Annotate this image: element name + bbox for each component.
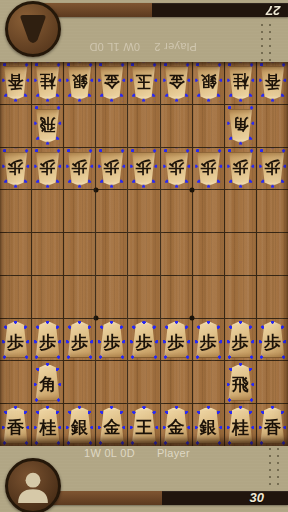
board-cell[interactable]: 飛 <box>225 361 256 403</box>
shogi-piece-sente[interactable]: 金 <box>161 404 192 446</box>
piece-kanji: 歩 <box>40 158 56 174</box>
board-cell[interactable] <box>225 190 256 232</box>
piece-kanji: 香 <box>7 419 24 436</box>
shogi-piece-sente[interactable]: 金 <box>96 404 127 446</box>
piece-kanji: 銀 <box>200 419 217 436</box>
board-cell[interactable] <box>0 276 31 318</box>
board-cell[interactable]: 歩 <box>128 148 159 190</box>
piece-body: 金 <box>99 66 124 100</box>
player2-avatar[interactable] <box>5 1 61 57</box>
board-cell[interactable] <box>96 190 127 232</box>
shogi-piece-sente[interactable]: 角 <box>32 361 63 403</box>
board-cell[interactable]: 歩 <box>193 319 224 361</box>
piece-kanji: 金 <box>103 419 120 436</box>
piece-body: 銀 <box>67 66 92 100</box>
piece-kanji: 歩 <box>200 158 216 174</box>
board-cell[interactable] <box>128 190 159 232</box>
shogi-piece-gote[interactable]: 歩 <box>161 148 192 190</box>
board-cell[interactable] <box>64 105 95 147</box>
board-cell[interactable] <box>64 190 95 232</box>
piece-kanji: 桂 <box>232 73 248 89</box>
piece-kanji: 角 <box>39 376 56 393</box>
piece-kanji: 金 <box>104 73 120 89</box>
board-cell[interactable]: 銀 <box>193 404 224 446</box>
shogi-piece-gote[interactable]: 金 <box>96 62 127 104</box>
piece-body: 歩 <box>259 321 285 358</box>
piece-kanji: 歩 <box>232 158 248 174</box>
board-cell[interactable]: 歩 <box>225 319 256 361</box>
piece-kanji: 歩 <box>39 334 56 351</box>
piece-body: 角 <box>35 364 61 401</box>
board-cell[interactable] <box>257 276 288 318</box>
board-cell[interactable]: 歩 <box>0 319 31 361</box>
board-cell[interactable] <box>96 105 127 147</box>
shogi-piece-sente[interactable]: 歩 <box>161 319 192 361</box>
board-cell[interactable]: 歩 <box>225 148 256 190</box>
piece-kanji: 桂 <box>40 73 56 89</box>
piece-body: 桂 <box>35 66 60 100</box>
board-cell[interactable]: 飛 <box>32 105 63 147</box>
player2-time-bar: 27 <box>34 3 288 17</box>
board-cell[interactable]: 歩 <box>0 148 31 190</box>
shogi-piece-sente[interactable]: 香 <box>0 404 31 446</box>
piece-body: 金 <box>99 407 125 444</box>
piece-body: 歩 <box>35 321 61 358</box>
player1-label: 1W 0L 0D Player <box>84 447 190 459</box>
board-cell[interactable]: 歩 <box>257 148 288 190</box>
board-cell[interactable] <box>0 190 31 232</box>
shogi-piece-gote[interactable]: 香 <box>0 62 31 104</box>
board-cell[interactable] <box>193 361 224 403</box>
piece-kanji: 歩 <box>135 334 152 351</box>
piece-body: 飛 <box>35 109 60 143</box>
piece-kanji: 歩 <box>103 334 120 351</box>
board-cell[interactable]: 香 <box>0 404 31 446</box>
player1-name: Player <box>157 447 190 459</box>
shogi-piece-gote[interactable]: 歩 <box>128 148 159 190</box>
piece-kanji: 歩 <box>264 334 281 351</box>
board-cell[interactable] <box>161 361 192 403</box>
piece-kanji: 歩 <box>264 158 280 174</box>
board-cell[interactable]: 香 <box>257 404 288 446</box>
shogi-piece-gote[interactable]: 香 <box>257 62 288 104</box>
piece-body: 香 <box>3 66 28 100</box>
piece-body: 歩 <box>195 321 221 358</box>
piece-body: 歩 <box>131 321 157 358</box>
shogi-piece-gote[interactable]: 歩 <box>225 148 256 190</box>
shogi-piece-gote[interactable]: 桂 <box>32 62 63 104</box>
shogi-piece-sente[interactable]: 桂 <box>225 404 256 446</box>
board-cell[interactable] <box>161 276 192 318</box>
piece-body: 歩 <box>164 151 189 185</box>
piece-kanji: 歩 <box>136 158 152 174</box>
board-cell[interactable] <box>96 276 127 318</box>
person-icon <box>16 469 50 503</box>
shogi-piece-gote[interactable]: 歩 <box>257 148 288 190</box>
shogi-piece-icon <box>17 11 49 47</box>
player1-time-bar: 30 <box>34 491 288 505</box>
shogi-piece-gote[interactable]: 銀 <box>193 62 224 104</box>
shogi-board: 香桂銀金玉金銀桂香飛角歩歩歩歩歩歩歩歩歩歩歩歩歩歩歩歩歩歩角飛香桂銀金王金銀桂香 <box>0 62 288 446</box>
board-cell[interactable] <box>128 105 159 147</box>
board-cell[interactable]: 歩 <box>96 148 127 190</box>
board-cell[interactable] <box>161 190 192 232</box>
piece-body: 歩 <box>35 151 60 185</box>
piece-body: 歩 <box>163 321 189 358</box>
piece-body: 角 <box>228 109 253 143</box>
piece-body: 玉 <box>132 66 157 100</box>
piece-kanji: 桂 <box>232 419 249 436</box>
piece-body: 銀 <box>67 407 93 444</box>
shogi-piece-sente[interactable]: 飛 <box>225 361 256 403</box>
shogi-piece-sente[interactable]: 王 <box>128 404 159 446</box>
piece-body: 桂 <box>35 407 61 444</box>
shogi-piece-gote[interactable]: 銀 <box>64 62 95 104</box>
board-cell[interactable] <box>0 361 31 403</box>
piece-kanji: 歩 <box>168 158 184 174</box>
piece-body: 歩 <box>227 321 253 358</box>
board-cell[interactable] <box>128 233 159 275</box>
piece-body: 銀 <box>195 407 221 444</box>
shogi-piece-gote[interactable]: 歩 <box>96 148 127 190</box>
player1-record: 1W 0L 0D <box>84 447 135 459</box>
board-cell[interactable]: 金 <box>161 62 192 104</box>
board-cell[interactable]: 金 <box>161 404 192 446</box>
board-cell[interactable]: 歩 <box>64 148 95 190</box>
board-cell[interactable] <box>0 105 31 147</box>
board-cell[interactable] <box>193 190 224 232</box>
piece-kanji: 飛 <box>40 116 56 132</box>
piece-body: 金 <box>163 407 189 444</box>
player2-label: Player 2 0W 1L 0D <box>68 41 218 53</box>
board-cell[interactable] <box>128 361 159 403</box>
piece-kanji: 金 <box>168 73 184 89</box>
piece-body: 銀 <box>196 66 221 100</box>
shogi-piece-sente[interactable]: 歩 <box>128 319 159 361</box>
piece-kanji: 歩 <box>168 334 185 351</box>
board-cell[interactable] <box>257 105 288 147</box>
board-cell[interactable] <box>64 361 95 403</box>
player2-timer: 27 <box>266 3 280 17</box>
piece-body: 歩 <box>132 151 157 185</box>
player1-timer: 30 <box>250 491 264 505</box>
piece-kanji: 歩 <box>104 158 120 174</box>
shogi-piece-gote[interactable]: 玉 <box>128 62 159 104</box>
shogi-piece-sente[interactable]: 歩 <box>0 319 31 361</box>
piece-kanji: 飛 <box>232 376 249 393</box>
piece-body: 歩 <box>196 151 221 185</box>
shogi-piece-gote[interactable]: 桂 <box>225 62 256 104</box>
piece-kanji: 歩 <box>72 158 88 174</box>
board-cell[interactable] <box>161 233 192 275</box>
piece-body: 王 <box>131 407 157 444</box>
shogi-piece-gote[interactable]: 飛 <box>32 105 63 147</box>
piece-kanji: 玉 <box>136 73 152 89</box>
piece-kanji: 銀 <box>72 73 88 89</box>
board-cell[interactable]: 銀 <box>64 62 95 104</box>
board-cell[interactable]: 香 <box>0 62 31 104</box>
board-cell[interactable] <box>225 233 256 275</box>
piece-kanji: 香 <box>264 419 281 436</box>
board-cell[interactable] <box>32 190 63 232</box>
piece-kanji: 金 <box>168 419 185 436</box>
board-cell[interactable]: 銀 <box>64 404 95 446</box>
board-cell[interactable] <box>161 105 192 147</box>
shogi-piece-sente[interactable]: 銀 <box>193 404 224 446</box>
shogi-piece-sente[interactable]: 歩 <box>96 319 127 361</box>
board-cell[interactable] <box>193 233 224 275</box>
board-cell[interactable] <box>128 276 159 318</box>
shogi-piece-gote[interactable]: 歩 <box>193 148 224 190</box>
piece-body: 香 <box>260 66 285 100</box>
piece-body: 歩 <box>67 151 92 185</box>
board-cell[interactable]: 銀 <box>193 62 224 104</box>
piece-body: 歩 <box>3 321 29 358</box>
board-cell[interactable]: 金 <box>96 404 127 446</box>
shogi-piece-sente[interactable]: 歩 <box>225 319 256 361</box>
board-cell[interactable]: 桂 <box>32 404 63 446</box>
piece-body: 香 <box>3 407 29 444</box>
shogi-game-screen: 27 Player 2 0W 1L 0D 香桂銀金玉金銀桂香飛角歩歩歩歩歩歩歩歩… <box>0 0 288 512</box>
board-cell[interactable]: 歩 <box>64 319 95 361</box>
piece-kanji: 香 <box>8 73 24 89</box>
piece-kanji: 角 <box>232 116 248 132</box>
board-cell[interactable] <box>0 233 31 275</box>
shogi-piece-sente[interactable]: 歩 <box>257 319 288 361</box>
board-cell[interactable]: 歩 <box>32 319 63 361</box>
board-cell[interactable]: 桂 <box>225 404 256 446</box>
shogi-piece-sente[interactable]: 桂 <box>32 404 63 446</box>
stitch-decoration-top <box>261 24 272 61</box>
board-cell[interactable]: 歩 <box>161 319 192 361</box>
board-cell[interactable]: 角 <box>225 105 256 147</box>
piece-kanji: 歩 <box>7 334 24 351</box>
board-cell[interactable] <box>32 233 63 275</box>
piece-kanji: 桂 <box>39 419 56 436</box>
shogi-piece-gote[interactable]: 金 <box>161 62 192 104</box>
piece-body: 歩 <box>3 151 28 185</box>
board-cell[interactable]: 玉 <box>128 62 159 104</box>
board-cell[interactable] <box>64 233 95 275</box>
board-cell[interactable]: 歩 <box>193 148 224 190</box>
board-cell[interactable] <box>193 105 224 147</box>
piece-body: 金 <box>164 66 189 100</box>
piece-kanji: 香 <box>264 73 280 89</box>
piece-kanji: 銀 <box>71 419 88 436</box>
piece-kanji: 銀 <box>200 73 216 89</box>
piece-kanji: 歩 <box>232 334 249 351</box>
piece-body: 歩 <box>99 151 124 185</box>
piece-body: 桂 <box>227 407 253 444</box>
board-cell[interactable]: 歩 <box>161 148 192 190</box>
board-cell[interactable] <box>257 233 288 275</box>
stitch-decoration-bottom <box>269 448 280 489</box>
board-cell[interactable] <box>96 233 127 275</box>
board-cell[interactable] <box>193 276 224 318</box>
board-cell[interactable] <box>96 361 127 403</box>
board-cell[interactable]: 歩 <box>32 148 63 190</box>
board-cell[interactable] <box>225 276 256 318</box>
piece-body: 飛 <box>227 364 253 401</box>
piece-kanji: 王 <box>135 419 152 436</box>
shogi-piece-gote[interactable]: 歩 <box>64 148 95 190</box>
player2-name: Player 2 <box>154 41 197 53</box>
board-cell[interactable]: 王 <box>128 404 159 446</box>
board-cell[interactable]: 歩 <box>128 319 159 361</box>
player2-record: 0W 1L 0D <box>89 41 140 53</box>
board-cell[interactable]: 桂 <box>225 62 256 104</box>
piece-body: 歩 <box>228 151 253 185</box>
shogi-piece-sente[interactable]: 歩 <box>64 319 95 361</box>
piece-body: 歩 <box>260 151 285 185</box>
piece-kanji: 歩 <box>71 334 88 351</box>
piece-body: 歩 <box>67 321 93 358</box>
board-cell[interactable]: 桂 <box>32 62 63 104</box>
board-cell[interactable]: 香 <box>257 62 288 104</box>
shogi-piece-sente[interactable]: 歩 <box>193 319 224 361</box>
shogi-piece-sente[interactable]: 銀 <box>64 404 95 446</box>
piece-body: 香 <box>259 407 285 444</box>
piece-kanji: 歩 <box>8 158 24 174</box>
board-cell[interactable]: 角 <box>32 361 63 403</box>
shogi-piece-gote[interactable]: 歩 <box>0 148 31 190</box>
shogi-piece-sente[interactable]: 歩 <box>32 319 63 361</box>
shogi-piece-sente[interactable]: 香 <box>257 404 288 446</box>
shogi-piece-gote[interactable]: 角 <box>225 105 256 147</box>
board-cell[interactable] <box>257 361 288 403</box>
board-cell[interactable] <box>64 276 95 318</box>
board-cell[interactable]: 金 <box>96 62 127 104</box>
board-cell[interactable]: 歩 <box>257 319 288 361</box>
board-cell[interactable] <box>32 276 63 318</box>
board-cell[interactable] <box>257 190 288 232</box>
player1-avatar[interactable] <box>5 458 61 512</box>
piece-body: 桂 <box>228 66 253 100</box>
shogi-piece-gote[interactable]: 歩 <box>32 148 63 190</box>
piece-kanji: 歩 <box>200 334 217 351</box>
board-cell[interactable]: 歩 <box>96 319 127 361</box>
piece-body: 歩 <box>99 321 125 358</box>
